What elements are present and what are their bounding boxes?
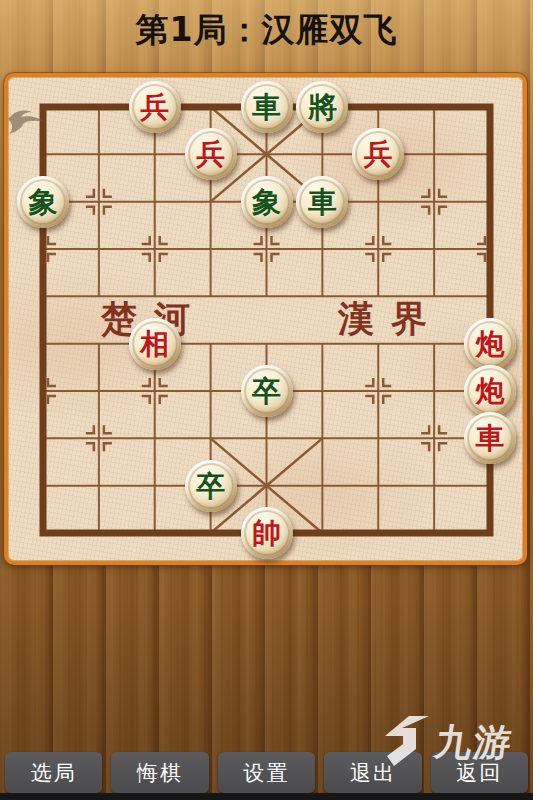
piece-green-rook[interactable]: 車 [241, 81, 293, 133]
game-title: 第1局：汉雁双飞 [136, 8, 398, 53]
piece-green-elephant[interactable]: 象 [241, 176, 293, 228]
header: 第1局：汉雁双飞 [0, 0, 533, 60]
toolbar: 选局 悔棋 设置 退出 返回 [0, 752, 533, 793]
button-undo-move[interactable]: 悔棋 [111, 752, 208, 793]
piece-green-elephant[interactable]: 象 [17, 176, 69, 228]
button-settings[interactable]: 设置 [218, 752, 315, 793]
button-back[interactable]: 返回 [431, 752, 528, 793]
piece-red-cannon[interactable]: 炮 [464, 365, 516, 417]
piece-green-pawn[interactable]: 卒 [241, 365, 293, 417]
piece-red-pawn[interactable]: 兵 [129, 81, 181, 133]
piece-green-rook[interactable]: 車 [296, 176, 348, 228]
piece-green-pawn[interactable]: 卒 [185, 460, 237, 512]
xiangqi-board[interactable]: 楚河 漢界 兵車將兵兵象象車相炮卒炮車卒帥 [4, 73, 527, 565]
bottom-strip [0, 793, 533, 800]
piece-red-rook[interactable]: 車 [464, 412, 516, 464]
piece-red-king[interactable]: 帥 [241, 507, 293, 559]
goose-icon [6, 103, 50, 143]
piece-green-king[interactable]: 將 [296, 81, 348, 133]
xiangqi-app-screen: 第1局：汉雁双飞 楚河 漢界 兵車將兵兵象象車相炮卒炮車卒帥 选局 悔棋 设置 … [0, 0, 533, 800]
button-select-game[interactable]: 选局 [5, 752, 102, 793]
piece-red-elephant[interactable]: 相 [129, 318, 181, 370]
river-label-han-jie: 漢界 [338, 295, 444, 344]
board-grid [8, 77, 523, 561]
piece-red-pawn[interactable]: 兵 [185, 128, 237, 180]
piece-red-cannon[interactable]: 炮 [464, 318, 516, 370]
button-exit[interactable]: 退出 [324, 752, 421, 793]
